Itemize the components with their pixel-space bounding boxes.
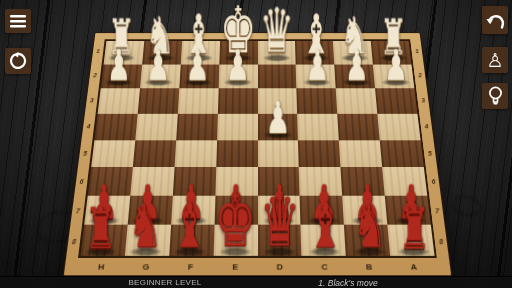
square-c4[interactable] [297, 114, 339, 140]
square-d4[interactable] [258, 114, 299, 140]
square-f5[interactable] [174, 140, 216, 167]
square-b1[interactable] [333, 41, 373, 64]
pawn-outline-icon: ♙ [486, 51, 503, 70]
square-f7[interactable] [171, 195, 215, 225]
rank-label: 1 [410, 39, 423, 63]
square-h8[interactable] [80, 225, 127, 256]
move-indicator: 1. Black's move [288, 278, 408, 288]
undo-button[interactable] [482, 6, 508, 34]
square-g1[interactable] [142, 41, 182, 64]
square-f1[interactable] [181, 41, 220, 64]
square-d1[interactable] [258, 41, 296, 64]
rank-label: 3 [416, 87, 430, 113]
square-g3[interactable] [138, 89, 179, 114]
square-g5[interactable] [133, 140, 176, 167]
square-c3[interactable] [297, 89, 338, 114]
square-b7[interactable] [342, 195, 387, 225]
square-e7[interactable] [214, 195, 257, 225]
square-a5[interactable] [380, 140, 424, 167]
square-c8[interactable] [301, 225, 346, 256]
status-bar: BEGINNER LEVEL 1. Black's move [0, 276, 512, 288]
flip-board-button[interactable] [5, 48, 31, 74]
square-a7[interactable] [385, 195, 431, 225]
square-h6[interactable] [88, 167, 133, 195]
square-g4[interactable] [135, 114, 177, 140]
square-e6[interactable] [215, 167, 257, 195]
square-e5[interactable] [216, 140, 258, 167]
square-b2[interactable] [334, 64, 375, 88]
square-c6[interactable] [299, 167, 342, 195]
square-b6[interactable] [341, 167, 385, 195]
square-a4[interactable] [377, 114, 420, 140]
square-f3[interactable] [178, 89, 219, 114]
square-h4[interactable] [94, 114, 137, 140]
square-a8[interactable] [388, 225, 435, 256]
square-g8[interactable] [125, 225, 171, 256]
piece-style-button[interactable]: ♙ [482, 47, 508, 73]
undo-arrow-icon [486, 12, 505, 29]
square-g6[interactable] [130, 167, 174, 195]
square-f4[interactable] [176, 114, 218, 140]
square-e8[interactable] [213, 225, 257, 256]
square-e3[interactable] [218, 89, 258, 114]
square-b3[interactable] [336, 89, 377, 114]
square-h3[interactable] [98, 89, 140, 114]
square-d5[interactable] [258, 140, 300, 167]
chess-board[interactable]: ♜♞♝♚♛♝♞♜♟♟♟♟♟♟♟♟♟♟♟♟♟♟♟♟♜♞♝♚♛♝♞♜ 1234567… [63, 32, 453, 276]
square-b5[interactable] [339, 140, 382, 167]
square-h5[interactable] [91, 140, 135, 167]
rank-label: 5 [423, 140, 438, 168]
rotate-ccw-icon [9, 52, 27, 70]
file-label: A [391, 260, 437, 273]
rank-label: 2 [88, 63, 102, 88]
square-f2[interactable] [179, 64, 219, 88]
board-scene: ♜♞♝♚♛♝♞♜♟♟♟♟♟♟♟♟♟♟♟♟♟♟♟♟♜♞♝♚♛♝♞♜ 1234567… [0, 0, 512, 288]
file-label: D [258, 260, 303, 273]
square-c1[interactable] [295, 41, 334, 64]
file-label: B [346, 260, 392, 273]
rank-label: 4 [419, 113, 433, 140]
lightbulb-icon [488, 86, 503, 106]
square-d7[interactable] [258, 195, 301, 225]
square-a2[interactable] [373, 64, 414, 88]
hint-button[interactable] [482, 83, 508, 109]
square-d6[interactable] [258, 167, 300, 195]
square-c2[interactable] [296, 64, 336, 88]
file-labels-bottom: HGFEDCBA [78, 260, 437, 273]
file-label: G [123, 260, 169, 273]
square-h7[interactable] [84, 195, 130, 225]
square-g2[interactable] [140, 64, 181, 88]
square-d3[interactable] [258, 89, 298, 114]
square-e1[interactable] [219, 41, 257, 64]
square-e2[interactable] [218, 64, 257, 88]
square-g7[interactable] [127, 195, 172, 225]
hamburger-icon [10, 15, 26, 28]
app-root: ♜♞♝♚♛♝♞♜♟♟♟♟♟♟♟♟♟♟♟♟♟♟♟♟♜♞♝♚♛♝♞♜ 1234567… [0, 0, 512, 288]
rank-label: 7 [430, 196, 445, 226]
square-f8[interactable] [169, 225, 214, 256]
square-d8[interactable] [258, 225, 302, 256]
square-h2[interactable] [101, 64, 142, 88]
square-h1[interactable] [104, 41, 145, 64]
rank-label: 8 [433, 226, 449, 257]
square-f6[interactable] [173, 167, 216, 195]
board-squares [78, 39, 437, 258]
menu-button[interactable] [5, 9, 31, 33]
square-b8[interactable] [344, 225, 390, 256]
square-b4[interactable] [337, 114, 379, 140]
rank-label: 6 [426, 167, 441, 196]
rank-label: 2 [413, 63, 427, 88]
file-label: H [78, 260, 124, 273]
file-label: C [302, 260, 347, 273]
level-label: BEGINNER LEVEL [100, 278, 230, 287]
square-e4[interactable] [217, 114, 258, 140]
square-c7[interactable] [300, 195, 344, 225]
square-a6[interactable] [382, 167, 427, 195]
file-label: E [213, 260, 258, 273]
square-a3[interactable] [375, 89, 417, 114]
square-a1[interactable] [371, 41, 412, 64]
square-c5[interactable] [298, 140, 340, 167]
square-d2[interactable] [258, 64, 297, 88]
file-label: F [168, 260, 213, 273]
